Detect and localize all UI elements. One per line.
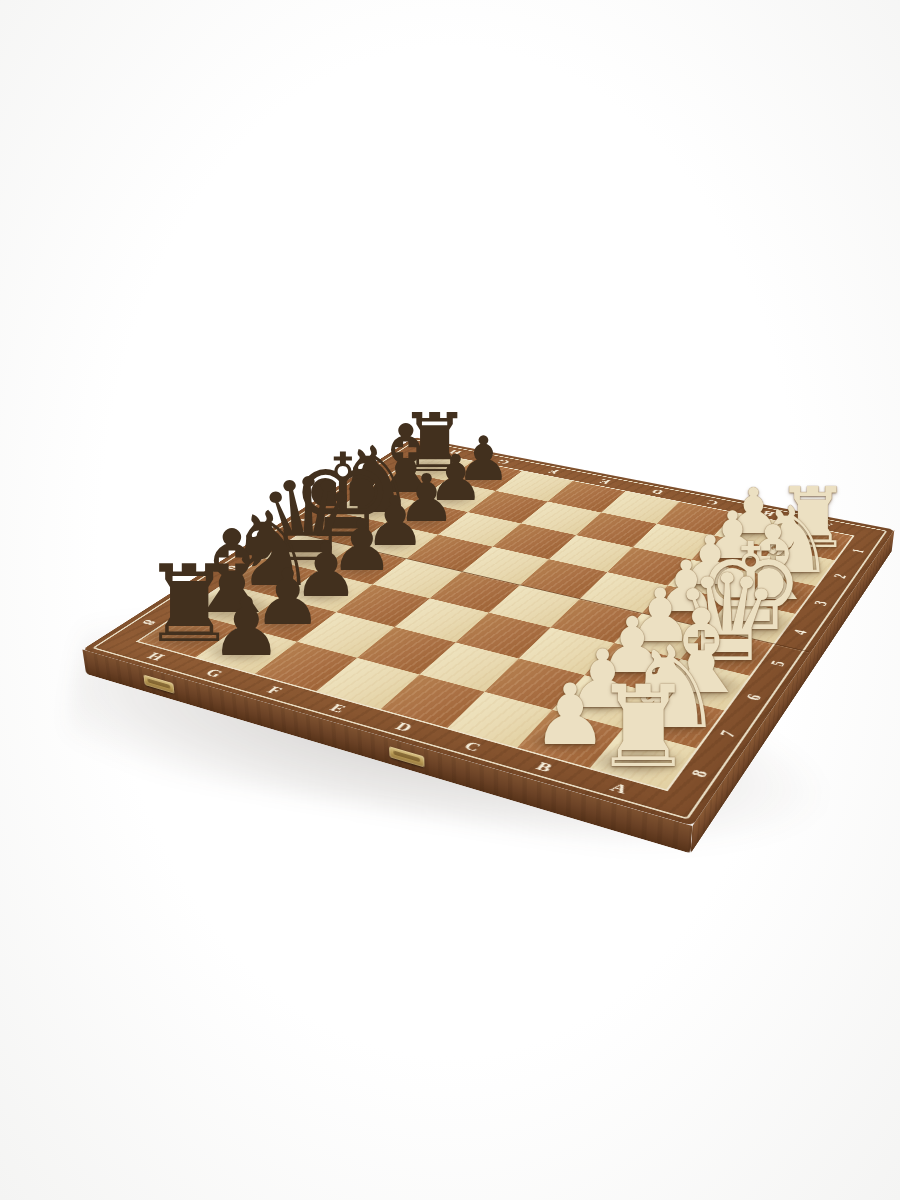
square-d7[interactable] (420, 642, 519, 691)
square-d6[interactable] (456, 613, 551, 659)
square-e7[interactable] (357, 627, 455, 674)
piece-bP-g8[interactable]: ♟ (206, 587, 287, 668)
square-e8[interactable] (317, 658, 420, 709)
square-d8[interactable] (381, 674, 485, 727)
brass-clasp-left (143, 675, 174, 694)
square-e6[interactable] (395, 598, 489, 642)
square-d5[interactable] (489, 585, 580, 628)
piece-wR-a8[interactable]: ♜ (587, 671, 700, 784)
brass-clasp-right (389, 746, 425, 767)
chess-set-photo: HHGGFFEEDDCCBBAA1122334455667788 ♜♟♝♟♞♟♚… (0, 0, 900, 1200)
